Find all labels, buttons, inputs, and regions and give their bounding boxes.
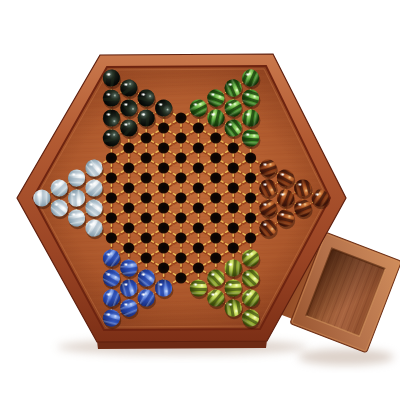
board-hole[interactable]: [106, 152, 117, 163]
board-hole[interactable]: [106, 232, 117, 243]
board-hole[interactable]: [228, 242, 239, 253]
board-hole[interactable]: [193, 122, 204, 133]
board-hole[interactable]: [228, 222, 239, 233]
board-hole[interactable]: [210, 172, 221, 183]
chinese-checkers-scene: [0, 0, 400, 400]
board-hole[interactable]: [193, 182, 204, 193]
board-hole[interactable]: [245, 152, 256, 163]
board-hole[interactable]: [245, 212, 256, 223]
board-hole[interactable]: [193, 142, 204, 153]
board-hole[interactable]: [175, 272, 186, 283]
board-hole[interactable]: [175, 232, 186, 243]
board-hole[interactable]: [193, 242, 204, 253]
board-hole[interactable]: [123, 242, 134, 253]
board-hole[interactable]: [210, 232, 221, 243]
board-hole[interactable]: [141, 212, 152, 223]
board-hole[interactable]: [141, 172, 152, 183]
board-hole[interactable]: [141, 152, 152, 163]
board-hole[interactable]: [210, 132, 221, 143]
board-hole[interactable]: [158, 182, 169, 193]
board-hole[interactable]: [158, 142, 169, 153]
board-hole[interactable]: [175, 172, 186, 183]
board-hole[interactable]: [158, 262, 169, 273]
board-hole[interactable]: [245, 172, 256, 183]
board-hole[interactable]: [175, 212, 186, 223]
board-hole[interactable]: [175, 252, 186, 263]
board-hole[interactable]: [123, 142, 134, 153]
board-hole[interactable]: [158, 242, 169, 253]
board-hole[interactable]: [158, 122, 169, 133]
board-hole[interactable]: [106, 212, 117, 223]
board-hole[interactable]: [210, 212, 221, 223]
board-hole[interactable]: [141, 252, 152, 263]
board-hole[interactable]: [158, 162, 169, 173]
board-hole[interactable]: [210, 192, 221, 203]
board-hole[interactable]: [158, 202, 169, 213]
board-hole[interactable]: [141, 132, 152, 143]
board-hole[interactable]: [141, 192, 152, 203]
board-hole[interactable]: [210, 252, 221, 263]
board-hole[interactable]: [228, 182, 239, 193]
board-hole[interactable]: [193, 162, 204, 173]
board-hole[interactable]: [228, 142, 239, 153]
board-hole[interactable]: [193, 202, 204, 213]
board-hole[interactable]: [123, 202, 134, 213]
board-hole[interactable]: [141, 232, 152, 243]
board-hole[interactable]: [123, 162, 134, 173]
board-hole[interactable]: [175, 192, 186, 203]
board-hole[interactable]: [193, 262, 204, 273]
product-photo: [0, 0, 400, 400]
drawer-ground-shadow: [298, 349, 394, 365]
board-hole[interactable]: [106, 172, 117, 183]
board-hole[interactable]: [245, 232, 256, 243]
board-hole[interactable]: [175, 152, 186, 163]
board-hole[interactable]: [175, 132, 186, 143]
board-hole[interactable]: [123, 222, 134, 233]
board-hole[interactable]: [228, 162, 239, 173]
board-hole[interactable]: [245, 192, 256, 203]
board-hole[interactable]: [228, 202, 239, 213]
board-hole[interactable]: [123, 182, 134, 193]
board-hole[interactable]: [210, 152, 221, 163]
board-hole[interactable]: [175, 112, 186, 123]
board-hole[interactable]: [158, 222, 169, 233]
board-hole[interactable]: [106, 192, 117, 203]
board-hole[interactable]: [193, 222, 204, 233]
